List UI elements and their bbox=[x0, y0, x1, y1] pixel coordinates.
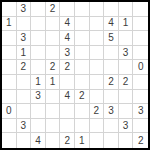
cell-r2c2[interactable] bbox=[17, 17, 32, 32]
cell-r7c3[interactable]: 3 bbox=[31, 90, 46, 105]
cell-r1c6[interactable] bbox=[75, 2, 90, 17]
cell-r6c10[interactable] bbox=[133, 75, 148, 90]
cell-r5c10[interactable]: 0 bbox=[133, 60, 148, 75]
cell-r10c5[interactable]: 2 bbox=[60, 133, 75, 148]
cell-r9c3[interactable] bbox=[31, 119, 46, 134]
cell-r7c4[interactable] bbox=[46, 90, 61, 105]
cell-r2c3[interactable] bbox=[31, 17, 46, 32]
cell-r4c1[interactable] bbox=[2, 46, 17, 61]
cell-r2c8[interactable]: 4 bbox=[104, 17, 119, 32]
cell-r1c7[interactable] bbox=[90, 2, 105, 17]
cell-r10c9[interactable] bbox=[119, 133, 134, 148]
cell-r8c5[interactable] bbox=[60, 104, 75, 119]
cell-r7c2[interactable] bbox=[17, 90, 32, 105]
cell-r10c1[interactable] bbox=[2, 133, 17, 148]
cell-r8c10[interactable]: 3 bbox=[133, 104, 148, 119]
cell-r8c4[interactable] bbox=[46, 104, 61, 119]
cell-r8c2[interactable] bbox=[17, 104, 32, 119]
cell-r2c6[interactable] bbox=[75, 17, 90, 32]
cell-r3c3[interactable] bbox=[31, 31, 46, 46]
cell-r5c2[interactable]: 2 bbox=[17, 60, 32, 75]
cell-r4c7[interactable] bbox=[90, 46, 105, 61]
cell-r7c8[interactable] bbox=[104, 90, 119, 105]
cell-r4c9[interactable]: 3 bbox=[119, 46, 134, 61]
cell-r9c7[interactable] bbox=[90, 119, 105, 134]
cell-r4c4[interactable] bbox=[46, 46, 61, 61]
cell-r8c6[interactable] bbox=[75, 104, 90, 119]
cell-r2c5[interactable]: 4 bbox=[60, 17, 75, 32]
cell-r4c8[interactable] bbox=[104, 46, 119, 61]
cell-r3c2[interactable]: 3 bbox=[17, 31, 32, 46]
cell-r10c2[interactable] bbox=[17, 133, 32, 148]
cell-r3c5[interactable]: 4 bbox=[60, 31, 75, 46]
cell-r3c6[interactable] bbox=[75, 31, 90, 46]
cell-r10c10[interactable]: 2 bbox=[133, 133, 148, 148]
cell-r9c2[interactable]: 3 bbox=[17, 119, 32, 134]
cell-r1c10[interactable] bbox=[133, 2, 148, 17]
cell-r9c6[interactable] bbox=[75, 119, 90, 134]
cell-r8c7[interactable]: 2 bbox=[90, 104, 105, 119]
cell-r6c8[interactable]: 2 bbox=[104, 75, 119, 90]
cell-r8c3[interactable] bbox=[31, 104, 46, 119]
cell-r2c10[interactable] bbox=[133, 17, 148, 32]
cell-r6c3[interactable]: 1 bbox=[31, 75, 46, 90]
cell-r10c6[interactable]: 1 bbox=[75, 133, 90, 148]
cell-r9c10[interactable] bbox=[133, 119, 148, 134]
cell-r3c10[interactable] bbox=[133, 31, 148, 46]
cell-r1c3[interactable] bbox=[31, 2, 46, 17]
cell-r6c9[interactable]: 2 bbox=[119, 75, 134, 90]
cell-r1c1[interactable] bbox=[2, 2, 17, 17]
cell-r7c7[interactable] bbox=[90, 90, 105, 105]
cell-r7c10[interactable] bbox=[133, 90, 148, 105]
cell-r5c7[interactable] bbox=[90, 60, 105, 75]
cell-r6c6[interactable] bbox=[75, 75, 90, 90]
cell-r4c2[interactable]: 1 bbox=[17, 46, 32, 61]
cell-r10c8[interactable] bbox=[104, 133, 119, 148]
cell-r4c3[interactable] bbox=[31, 46, 46, 61]
cell-r8c1[interactable]: 0 bbox=[2, 104, 17, 119]
cell-r5c1[interactable] bbox=[2, 60, 17, 75]
cell-r9c4[interactable] bbox=[46, 119, 61, 134]
cell-r9c9[interactable]: 3 bbox=[119, 119, 134, 134]
cell-r1c5[interactable] bbox=[60, 2, 75, 17]
cell-r6c5[interactable] bbox=[60, 75, 75, 90]
cell-r10c4[interactable] bbox=[46, 133, 61, 148]
cell-r3c1[interactable] bbox=[2, 31, 17, 46]
cell-r7c6[interactable]: 2 bbox=[75, 90, 90, 105]
cell-r5c5[interactable]: 2 bbox=[60, 60, 75, 75]
cell-r2c1[interactable]: 1 bbox=[2, 17, 17, 32]
cell-r8c8[interactable]: 3 bbox=[104, 104, 119, 119]
cell-r7c5[interactable]: 4 bbox=[60, 90, 75, 105]
cell-r3c4[interactable] bbox=[46, 31, 61, 46]
cell-r4c6[interactable] bbox=[75, 46, 90, 61]
cell-r6c2[interactable] bbox=[17, 75, 32, 90]
cell-r5c3[interactable] bbox=[31, 60, 46, 75]
cell-r2c9[interactable]: 1 bbox=[119, 17, 134, 32]
cell-r6c4[interactable]: 1 bbox=[46, 75, 61, 90]
cell-r3c7[interactable] bbox=[90, 31, 105, 46]
cell-r9c1[interactable] bbox=[2, 119, 17, 134]
cell-r9c8[interactable] bbox=[104, 119, 119, 134]
cell-r6c7[interactable] bbox=[90, 75, 105, 90]
cell-r7c9[interactable] bbox=[119, 90, 134, 105]
cell-r5c4[interactable]: 2 bbox=[46, 60, 61, 75]
cell-r1c2[interactable]: 3 bbox=[17, 2, 32, 17]
puzzle-board: 321441345133222011223420233334212 bbox=[0, 0, 150, 150]
cell-r5c8[interactable] bbox=[104, 60, 119, 75]
cell-r5c9[interactable] bbox=[119, 60, 134, 75]
cell-r2c7[interactable] bbox=[90, 17, 105, 32]
cell-r5c6[interactable] bbox=[75, 60, 90, 75]
cell-r2c4[interactable] bbox=[46, 17, 61, 32]
cell-r10c7[interactable] bbox=[90, 133, 105, 148]
cell-r10c3[interactable]: 4 bbox=[31, 133, 46, 148]
cell-r1c8[interactable] bbox=[104, 2, 119, 17]
cell-r3c8[interactable]: 5 bbox=[104, 31, 119, 46]
cell-r9c5[interactable] bbox=[60, 119, 75, 134]
cell-r4c5[interactable]: 3 bbox=[60, 46, 75, 61]
cell-r4c10[interactable] bbox=[133, 46, 148, 61]
cell-r1c9[interactable] bbox=[119, 2, 134, 17]
cell-r3c9[interactable] bbox=[119, 31, 134, 46]
cell-r6c1[interactable] bbox=[2, 75, 17, 90]
cell-r7c1[interactable] bbox=[2, 90, 17, 105]
cell-r1c4[interactable]: 2 bbox=[46, 2, 61, 17]
cell-r8c9[interactable] bbox=[119, 104, 134, 119]
